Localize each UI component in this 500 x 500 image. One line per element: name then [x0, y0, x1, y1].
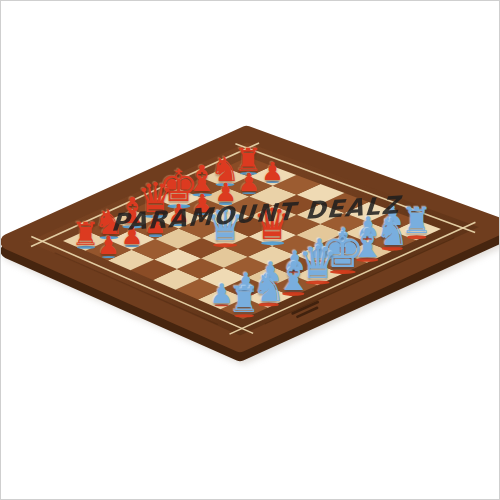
chess-board: [1, 1, 500, 500]
product-photo: ♜♞♝♛♚♝♞♜♟♟♟♟♟♟♟♟♛♛♟♟♟♟♟♟♟♟♜♞♝♛♚♝♞♜ PARAM…: [0, 0, 500, 500]
